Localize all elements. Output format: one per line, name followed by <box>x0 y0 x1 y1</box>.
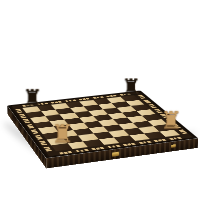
scene: ♜♞♝♛♚♝♞♜♟♟♟♟♟♟♟♟♟♟♟♟♟♟♟♟♜♞♝♛♚♝♞♜ <box>0 0 200 200</box>
square-b4 <box>53 125 73 132</box>
square-e3 <box>103 124 123 131</box>
chess-set-photo: ♜♞♝♛♚♝♞♜♟♟♟♟♟♟♟♟♟♟♟♟♟♟♟♟♜♞♝♛♚♝♞♜ <box>0 0 200 200</box>
brass-fitting <box>170 144 175 148</box>
chess-board: ♜♞♝♛♚♝♞♜♟♟♟♟♟♟♟♟♟♟♟♟♟♟♟♟♜♞♝♛♚♝♞♜ <box>7 90 198 158</box>
brass-clasp <box>112 152 119 157</box>
